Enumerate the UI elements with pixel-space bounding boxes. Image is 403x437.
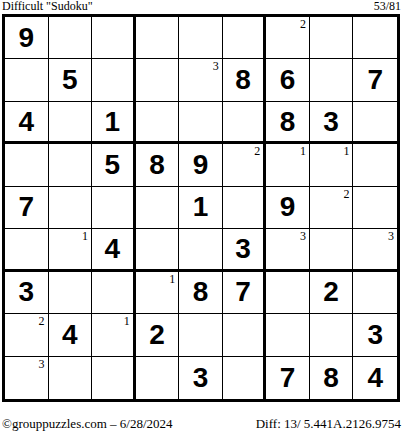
cell-r6c4[interactable] (136, 229, 180, 271)
given-digit: 5 (105, 151, 121, 179)
given-digit: 6 (280, 66, 296, 94)
cell-r9c6[interactable] (223, 357, 267, 399)
given-digit: 8 (323, 364, 339, 392)
cell-r3c3[interactable]: 1 (92, 102, 136, 144)
given-digit: 3 (323, 108, 339, 136)
given-digit: 8 (193, 278, 209, 306)
cell-r8c1[interactable]: 2 (5, 314, 49, 356)
cell-r5c2[interactable] (49, 187, 93, 229)
cell-r2c4[interactable] (136, 59, 180, 101)
cell-r4c2[interactable] (49, 144, 93, 186)
cell-r5c1[interactable]: 7 (5, 187, 49, 229)
given-digit: 7 (235, 278, 251, 306)
cell-r6c9[interactable]: 3 (353, 229, 397, 271)
cell-r4c1[interactable] (5, 144, 49, 186)
given-digit: 8 (235, 66, 251, 94)
given-digit: 9 (280, 193, 296, 221)
pencil-mark: 2 (343, 188, 349, 201)
cell-r3c7[interactable]: 8 (266, 102, 310, 144)
cell-r3c1[interactable]: 4 (5, 102, 49, 144)
footer: ©grouppuzzles.com – 6/28/2024 Diff: 13/ … (0, 416, 403, 432)
cell-r4c3[interactable]: 5 (92, 144, 136, 186)
cell-r1c5[interactable] (179, 17, 223, 59)
given-digit: 3 (367, 321, 383, 349)
cell-r5c8[interactable]: 2 (310, 187, 354, 229)
header: Difficult "Sudoku" 53/81 (0, 0, 403, 13)
cell-r1c4[interactable] (136, 17, 180, 59)
pencil-mark: 3 (388, 230, 394, 243)
cell-r1c3[interactable] (92, 17, 136, 59)
cell-r8c4[interactable]: 2 (136, 314, 180, 356)
given-digit: 3 (235, 235, 251, 263)
cell-r8c6[interactable] (223, 314, 267, 356)
sudoku-page: Difficult "Sudoku" 53/81 925386741835892… (0, 0, 403, 437)
cell-r3c9[interactable] (353, 102, 397, 144)
cell-r4c4[interactable]: 8 (136, 144, 180, 186)
given-digit: 1 (105, 108, 121, 136)
cell-r7c8[interactable]: 2 (310, 272, 354, 314)
cell-r1c9[interactable] (353, 17, 397, 59)
cell-r3c2[interactable] (49, 102, 93, 144)
cell-r6c8[interactable] (310, 229, 354, 271)
difficulty-code-text: Diff: 13/ 5.441A.2126.9754 (256, 416, 401, 432)
pencil-mark: 3 (39, 358, 45, 371)
cell-r1c6[interactable] (223, 17, 267, 59)
cell-r2c5[interactable]: 3 (179, 59, 223, 101)
cell-r9c9[interactable]: 4 (353, 357, 397, 399)
pencil-mark: 1 (124, 315, 130, 328)
given-digit: 7 (367, 66, 383, 94)
cell-r8c2[interactable]: 4 (49, 314, 93, 356)
given-digit: 3 (18, 278, 34, 306)
cell-r9c4[interactable] (136, 357, 180, 399)
cell-r1c8[interactable] (310, 17, 354, 59)
cell-r4c8[interactable]: 1 (310, 144, 354, 186)
cell-r8c5[interactable] (179, 314, 223, 356)
cell-r8c9[interactable]: 3 (353, 314, 397, 356)
pencil-mark: 2 (300, 18, 306, 31)
cell-r6c7[interactable]: 3 (266, 229, 310, 271)
sudoku-board: 9253867418358921171921433331872241233378… (2, 14, 400, 402)
given-digit: 3 (193, 364, 209, 392)
cell-r3c4[interactable] (136, 102, 180, 144)
given-digit: 4 (105, 235, 121, 263)
pencil-mark: 1 (82, 230, 88, 243)
given-digit: 4 (18, 108, 34, 136)
cell-r4c5[interactable]: 9 (179, 144, 223, 186)
pencil-mark: 2 (254, 145, 260, 158)
given-digit: 9 (18, 24, 34, 52)
page-title: Difficult "Sudoku" (2, 0, 93, 13)
given-digit: 2 (323, 278, 339, 306)
given-digit: 5 (62, 66, 78, 94)
cell-r1c2[interactable] (49, 17, 93, 59)
cell-r7c5[interactable]: 8 (179, 272, 223, 314)
cell-r3c6[interactable] (223, 102, 267, 144)
cell-r6c6[interactable]: 3 (223, 229, 267, 271)
cell-r6c3[interactable]: 4 (92, 229, 136, 271)
given-digit: 4 (62, 321, 78, 349)
empty-cell-counter: 53/81 (374, 0, 401, 13)
given-digit: 2 (149, 321, 165, 349)
cell-r4c7[interactable]: 1 (266, 144, 310, 186)
cell-r9c2[interactable] (49, 357, 93, 399)
cell-r7c2[interactable] (49, 272, 93, 314)
given-digit: 7 (280, 364, 296, 392)
given-digit: 8 (149, 151, 165, 179)
cell-r7c9[interactable] (353, 272, 397, 314)
cell-r4c6[interactable]: 2 (223, 144, 267, 186)
cell-r5c4[interactable] (136, 187, 180, 229)
cell-r1c7[interactable]: 2 (266, 17, 310, 59)
cell-r7c4[interactable]: 1 (136, 272, 180, 314)
cell-r5c9[interactable] (353, 187, 397, 229)
cell-r8c3[interactable]: 1 (92, 314, 136, 356)
cell-r2c7[interactable]: 6 (266, 59, 310, 101)
cell-r2c6[interactable]: 8 (223, 59, 267, 101)
pencil-mark: 2 (39, 315, 45, 328)
given-digit: 4 (367, 364, 383, 392)
cell-r9c5[interactable]: 3 (179, 357, 223, 399)
cell-r5c7[interactable]: 9 (266, 187, 310, 229)
cell-r5c5[interactable]: 1 (179, 187, 223, 229)
cell-r8c7[interactable] (266, 314, 310, 356)
cell-r7c6[interactable]: 7 (223, 272, 267, 314)
cell-r2c3[interactable] (92, 59, 136, 101)
pencil-mark: 3 (213, 60, 219, 73)
pencil-mark: 1 (343, 145, 349, 158)
cell-r5c6[interactable] (223, 187, 267, 229)
cell-r6c5[interactable] (179, 229, 223, 271)
cell-r9c3[interactable] (92, 357, 136, 399)
cell-r2c9[interactable]: 7 (353, 59, 397, 101)
given-digit: 7 (18, 193, 34, 221)
pencil-mark: 3 (300, 230, 306, 243)
cell-r2c2[interactable]: 5 (49, 59, 93, 101)
cell-r9c7[interactable]: 7 (266, 357, 310, 399)
cell-r2c8[interactable] (310, 59, 354, 101)
given-digit: 1 (193, 193, 209, 221)
cell-r6c1[interactable] (5, 229, 49, 271)
cell-r9c8[interactable]: 8 (310, 357, 354, 399)
copyright-date-text: ©grouppuzzles.com – 6/28/2024 (2, 416, 173, 432)
cell-r8c8[interactable] (310, 314, 354, 356)
given-digit: 8 (280, 108, 296, 136)
cell-r1c1[interactable]: 9 (5, 17, 49, 59)
pencil-mark: 1 (169, 273, 175, 286)
cell-r3c8[interactable]: 3 (310, 102, 354, 144)
cell-r5c3[interactable] (92, 187, 136, 229)
cell-r7c1[interactable]: 3 (5, 272, 49, 314)
cell-r6c2[interactable]: 1 (49, 229, 93, 271)
cell-r2c1[interactable] (5, 59, 49, 101)
given-digit: 9 (193, 151, 209, 179)
cell-r7c7[interactable] (266, 272, 310, 314)
cell-r7c3[interactable] (92, 272, 136, 314)
cell-r4c9[interactable] (353, 144, 397, 186)
cell-r9c1[interactable]: 3 (5, 357, 49, 399)
cell-r3c5[interactable] (179, 102, 223, 144)
pencil-mark: 1 (300, 145, 306, 158)
